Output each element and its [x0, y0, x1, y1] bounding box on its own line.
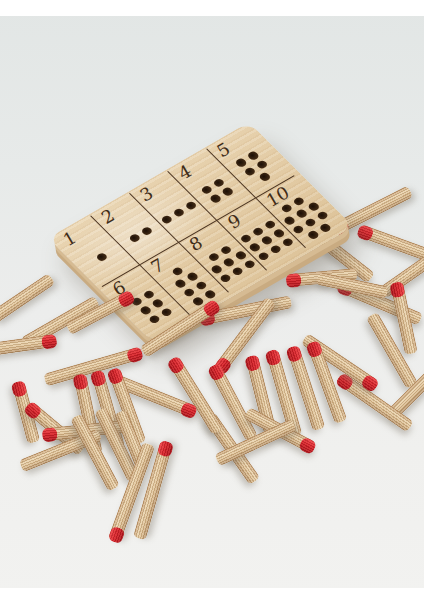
red-peg-tip: [166, 354, 186, 374]
photo-border-bottom: [0, 588, 424, 600]
wooden-peg[interactable]: [140, 299, 221, 358]
loose-pegs-in-front: [0, 0, 424, 600]
red-peg-tip: [265, 348, 283, 366]
red-peg-tip: [106, 525, 124, 544]
red-peg-tip: [73, 372, 90, 390]
red-peg-tip: [298, 435, 318, 454]
product-photo: 12345678910: [0, 0, 424, 600]
wooden-peg[interactable]: [0, 272, 55, 323]
wooden-peg[interactable]: [0, 333, 56, 356]
red-peg-tip: [116, 288, 136, 307]
red-peg-tip: [11, 379, 28, 397]
red-peg-tip: [245, 354, 262, 372]
red-peg-tip: [286, 344, 304, 363]
red-peg-tip: [90, 369, 108, 387]
red-peg-tip: [107, 366, 125, 385]
red-peg-tip: [156, 439, 174, 457]
photo-border-top: [0, 0, 424, 16]
red-peg-tip: [286, 272, 302, 287]
red-peg-tip: [40, 333, 57, 349]
red-peg-tip: [41, 426, 57, 441]
red-peg-tip: [389, 280, 406, 298]
